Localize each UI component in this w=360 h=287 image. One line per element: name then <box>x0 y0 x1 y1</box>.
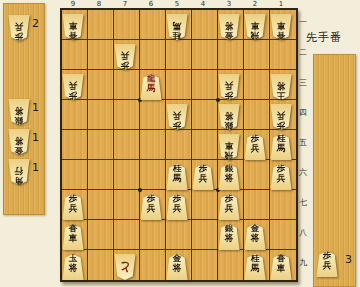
square-7d[interactable] <box>114 100 140 130</box>
piece-face: 歩兵 <box>8 15 30 41</box>
file-label-5: 5 <box>164 0 190 8</box>
piece-2i-sente-knight[interactable]: 桂馬 <box>244 250 266 276</box>
square-6b[interactable] <box>140 40 166 70</box>
square-6i[interactable] <box>140 250 166 280</box>
piece-face: 桂馬 <box>166 14 188 40</box>
square-4e[interactable] <box>192 130 218 160</box>
rank-label-4: 四 <box>296 108 310 118</box>
file-label-7: 7 <box>112 0 138 8</box>
piece-6c-sente-promoted-bishop[interactable]: 龍馬 <box>140 70 162 96</box>
square-1h[interactable] <box>270 220 296 250</box>
piece-9i-sente-king[interactable]: 玉将 <box>62 250 84 276</box>
file-label-8: 8 <box>86 0 112 8</box>
piece-kanji: 馬 <box>141 84 162 94</box>
file-label-3: 3 <box>216 0 242 8</box>
piece-face: 金将 <box>166 254 188 280</box>
file-label-6: 6 <box>138 0 164 8</box>
piece-kanji: 兵 <box>9 22 30 32</box>
square-8g[interactable] <box>88 190 114 220</box>
piece-kanji: 将 <box>245 234 266 244</box>
square-2c[interactable] <box>244 70 270 100</box>
square-6f[interactable] <box>140 160 166 190</box>
piece-face: 金将 <box>218 14 240 40</box>
piece-kanji: 車 <box>271 21 292 31</box>
piece-face: 香車 <box>270 254 292 280</box>
piece-1f-sente-pawn[interactable]: 歩兵 <box>270 160 292 186</box>
piece-face: 角行 <box>8 159 30 185</box>
piece-1c-gote-king[interactable]: 王将 <box>270 70 292 96</box>
square-7a[interactable] <box>114 10 140 40</box>
square-7f[interactable] <box>114 160 140 190</box>
piece-face: 歩兵 <box>316 251 338 277</box>
piece-1a-gote-lance[interactable]: 香車 <box>270 10 292 36</box>
piece-kanji: 将 <box>219 111 240 121</box>
turn-indicator: 先手番 <box>306 30 342 45</box>
piece-kanji: 馬 <box>167 21 188 31</box>
piece-face: 桂馬 <box>270 134 292 160</box>
piece-kanji: 馬 <box>245 264 266 274</box>
piece-face: 歩兵 <box>218 194 240 220</box>
piece-kanji: 兵 <box>245 144 266 154</box>
square-2g[interactable] <box>244 190 270 220</box>
piece-face: 香車 <box>62 224 84 250</box>
piece-kanji: 将 <box>271 81 292 91</box>
gote-hand-piece-bishop[interactable]: 角行 <box>8 155 30 181</box>
piece-kanji: 将 <box>167 264 188 274</box>
piece-kanji: 行 <box>9 166 30 176</box>
piece-kanji: 将 <box>219 174 240 184</box>
piece-5g-sente-pawn[interactable]: 歩兵 <box>166 190 188 216</box>
piece-kanji: 将 <box>63 264 84 274</box>
square-8a[interactable] <box>88 10 114 40</box>
piece-kanji: 将 <box>9 136 30 146</box>
square-4c[interactable] <box>192 70 218 100</box>
square-8d[interactable] <box>88 100 114 130</box>
piece-kanji: 将 <box>219 234 240 244</box>
square-5c[interactable] <box>166 70 192 100</box>
piece-kanji: 金 <box>9 146 30 156</box>
square-8c[interactable] <box>88 70 114 100</box>
gote-hand-count-gold: 1 <box>32 131 39 144</box>
piece-face: 歩兵 <box>270 164 292 190</box>
square-7c[interactable] <box>114 70 140 100</box>
file-label-9: 9 <box>60 0 86 8</box>
piece-kanji: 兵 <box>167 111 188 121</box>
piece-kanji: 車 <box>219 141 240 151</box>
piece-kanji: 兵 <box>219 204 240 214</box>
square-8i[interactable] <box>88 250 114 280</box>
square-6h[interactable] <box>140 220 166 250</box>
piece-face: 桂馬 <box>166 164 188 190</box>
rank-label-8: 八 <box>296 228 310 238</box>
rank-label-3: 三 <box>296 78 310 88</box>
piece-kanji: 兵 <box>271 174 292 184</box>
piece-kanji: 兵 <box>141 204 162 214</box>
gote-hand-count-bishop: 1 <box>32 161 39 174</box>
piece-face: 王将 <box>270 74 292 100</box>
rank-label-7: 七 <box>296 198 310 208</box>
square-1b[interactable] <box>270 40 296 70</box>
shogi-app: { "game": "shogi", "turn_indicator": "先手… <box>0 0 360 287</box>
square-4a[interactable] <box>192 10 218 40</box>
square-1g[interactable] <box>270 190 296 220</box>
square-7h[interactable] <box>114 220 140 250</box>
square-5b[interactable] <box>166 40 192 70</box>
piece-face: 歩兵 <box>114 44 136 70</box>
square-9b[interactable] <box>62 40 88 70</box>
file-label-4: 4 <box>190 0 216 8</box>
square-9d[interactable] <box>62 100 88 130</box>
piece-face: 銀将 <box>218 224 240 250</box>
piece-kanji: 銀 <box>9 116 30 126</box>
piece-5i-sente-gold[interactable]: 金将 <box>166 250 188 276</box>
piece-face: 銀将 <box>218 164 240 190</box>
sente-hand-piece-pawn[interactable]: 歩兵 <box>316 247 338 273</box>
gote-hand-count-pawn: 2 <box>32 17 39 30</box>
gote-hand-piece-pawn[interactable]: 歩兵 <box>8 11 30 37</box>
piece-kanji: 兵 <box>63 81 84 91</box>
piece-face: と <box>114 254 136 280</box>
square-5e[interactable] <box>166 130 192 160</box>
gote-hand-tray: 歩兵2銀将1金将1角行1 <box>3 3 45 215</box>
square-6d[interactable] <box>140 100 166 130</box>
piece-kanji: 将 <box>219 21 240 31</box>
piece-1e-sente-knight[interactable]: 桂馬 <box>270 130 292 156</box>
piece-face: 歩兵 <box>62 194 84 220</box>
piece-4f-sente-pawn[interactable]: 歩兵 <box>192 160 214 186</box>
piece-9g-sente-pawn[interactable]: 歩兵 <box>62 190 84 216</box>
piece-face: 歩兵 <box>166 104 188 130</box>
square-4i[interactable] <box>192 250 218 280</box>
rank-label-9: 九 <box>296 258 310 268</box>
square-5h[interactable] <box>166 220 192 250</box>
piece-face: 龍馬 <box>140 74 162 100</box>
piece-face: 銀将 <box>218 104 240 130</box>
rank-label-1: 一 <box>296 18 310 28</box>
piece-face: 金将 <box>244 224 266 250</box>
square-6e[interactable] <box>140 130 166 160</box>
piece-kanji: 兵 <box>115 51 136 61</box>
square-4d[interactable] <box>192 100 218 130</box>
piece-kanji: 車 <box>63 21 84 31</box>
piece-6g-sente-pawn[interactable]: 歩兵 <box>140 190 162 216</box>
piece-face: 飛車 <box>244 14 266 40</box>
piece-face: 飛車 <box>218 134 240 160</box>
rank-label-6: 六 <box>296 168 310 178</box>
piece-face: 銀将 <box>8 99 30 125</box>
piece-kanji: 車 <box>245 21 266 31</box>
file-label-1: 1 <box>268 0 294 8</box>
square-9f[interactable] <box>62 160 88 190</box>
piece-kanji: 歩 <box>9 32 30 42</box>
rank-label-2: 二 <box>296 48 310 58</box>
piece-5d-gote-pawn[interactable]: 歩兵 <box>166 100 188 126</box>
square-2f[interactable] <box>244 160 270 190</box>
piece-kanji: 兵 <box>193 174 214 184</box>
piece-kanji: 兵 <box>63 204 84 214</box>
piece-kanji: 兵 <box>317 261 338 271</box>
piece-3f-sente-silver[interactable]: 銀将 <box>218 160 240 186</box>
gote-hand-piece-gold[interactable]: 金将 <box>8 125 30 151</box>
square-7g[interactable] <box>114 190 140 220</box>
piece-2h-sente-gold[interactable]: 金将 <box>244 220 266 246</box>
piece-kanji: 兵 <box>219 81 240 91</box>
piece-7i-gote-tokin[interactable]: と <box>114 250 136 276</box>
piece-9c-gote-pawn[interactable]: 歩兵 <box>62 70 84 96</box>
square-6a[interactable] <box>140 10 166 40</box>
square-7e[interactable] <box>114 130 140 160</box>
square-2d[interactable] <box>244 100 270 130</box>
square-8f[interactable] <box>88 160 114 190</box>
piece-2e-sente-pawn[interactable]: 歩兵 <box>244 130 266 156</box>
file-label-2: 2 <box>242 0 268 8</box>
square-3i[interactable] <box>218 250 244 280</box>
piece-7b-gote-pawn[interactable]: 歩兵 <box>114 40 136 66</box>
square-9e[interactable] <box>62 130 88 160</box>
rank-label-5: 五 <box>296 138 310 148</box>
piece-face: 歩兵 <box>140 194 162 220</box>
piece-1d-gote-pawn[interactable]: 歩兵 <box>270 100 292 126</box>
piece-3c-gote-pawn[interactable]: 歩兵 <box>218 70 240 96</box>
square-4h[interactable] <box>192 220 218 250</box>
piece-9a-gote-lance[interactable]: 香車 <box>62 10 84 36</box>
piece-kanji: 馬 <box>271 144 292 154</box>
piece-kanji: 車 <box>271 264 292 274</box>
piece-face: 歩兵 <box>62 74 84 100</box>
piece-face: 歩兵 <box>192 164 214 190</box>
square-8e[interactable] <box>88 130 114 160</box>
piece-face: 歩兵 <box>270 104 292 130</box>
piece-kanji: 馬 <box>167 174 188 184</box>
square-4b[interactable] <box>192 40 218 70</box>
square-2b[interactable] <box>244 40 270 70</box>
piece-3d-gote-silver[interactable]: 銀将 <box>218 100 240 126</box>
piece-face: 歩兵 <box>244 134 266 160</box>
square-8h[interactable] <box>88 220 114 250</box>
piece-5f-sente-knight[interactable]: 桂馬 <box>166 160 188 186</box>
piece-face: 玉将 <box>62 254 84 280</box>
piece-3g-sente-pawn[interactable]: 歩兵 <box>218 190 240 216</box>
piece-1i-sente-lance[interactable]: 香車 <box>270 250 292 276</box>
piece-kanji: 兵 <box>271 111 292 121</box>
piece-face: 桂馬 <box>244 254 266 280</box>
piece-face: 香車 <box>62 14 84 40</box>
piece-kanji: 兵 <box>167 204 188 214</box>
piece-face: 金将 <box>8 129 30 155</box>
square-3b[interactable] <box>218 40 244 70</box>
piece-kanji: 車 <box>63 234 84 244</box>
piece-9h-sente-lance[interactable]: 香車 <box>62 220 84 246</box>
gote-hand-piece-silver[interactable]: 銀将 <box>8 95 30 121</box>
piece-5a-gote-knight[interactable]: 桂馬 <box>166 10 188 36</box>
piece-face: 歩兵 <box>166 194 188 220</box>
piece-kanji: と <box>115 256 136 280</box>
square-4g[interactable] <box>192 190 218 220</box>
square-8b[interactable] <box>88 40 114 70</box>
sente-hand-tray: 歩兵3 <box>313 54 356 287</box>
piece-face: 歩兵 <box>218 74 240 100</box>
piece-3e-gote-rook[interactable]: 飛車 <box>218 130 240 156</box>
piece-face: 香車 <box>270 14 292 40</box>
piece-3a-gote-gold[interactable]: 金将 <box>218 10 240 36</box>
piece-2a-gote-rook[interactable]: 飛車 <box>244 10 266 36</box>
gote-hand-count-silver: 1 <box>32 101 39 114</box>
piece-kanji: 将 <box>9 106 30 116</box>
piece-3h-sente-silver[interactable]: 銀将 <box>218 220 240 246</box>
sente-hand-count-pawn: 3 <box>345 253 352 266</box>
piece-kanji: 角 <box>9 176 30 186</box>
